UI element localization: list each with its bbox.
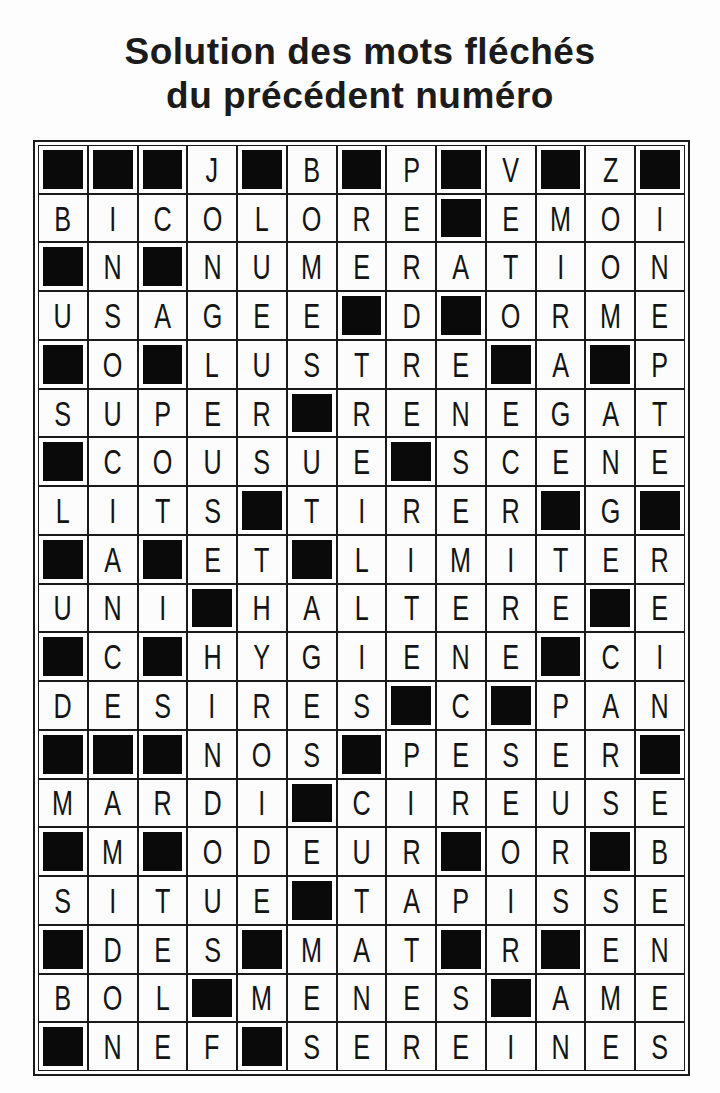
letter-cell: E xyxy=(337,242,387,291)
cell-letter: A xyxy=(104,542,121,577)
letter-cell: M xyxy=(436,535,486,584)
letter-cell: J xyxy=(187,145,237,194)
cell-letter: I xyxy=(109,883,116,918)
letter-cell: T xyxy=(635,389,685,438)
letter-cell: I xyxy=(138,584,188,633)
cell-letter: U xyxy=(253,249,271,284)
cell-letter: C xyxy=(502,444,520,479)
letter-cell: E xyxy=(337,437,387,486)
cell-letter: E xyxy=(403,201,420,236)
black-cell xyxy=(38,437,88,486)
letter-cell: G xyxy=(536,389,586,438)
cell-letter: P xyxy=(403,152,420,187)
letter-cell: O xyxy=(237,730,287,779)
cell-letter: R xyxy=(153,785,171,820)
letter-cell: Z xyxy=(585,145,635,194)
page-title: Solution des mots fléchés du précédent n… xyxy=(0,0,720,119)
letter-cell: E xyxy=(386,194,436,243)
cell-letter: V xyxy=(502,152,519,187)
letter-cell: E xyxy=(187,535,237,584)
cell-letter: U xyxy=(203,883,221,918)
cell-letter: S xyxy=(204,932,221,967)
cell-letter: R xyxy=(352,396,370,431)
black-cell xyxy=(38,1022,88,1071)
letter-cell: R xyxy=(138,779,188,828)
letter-cell: E xyxy=(536,730,586,779)
letter-cell: N xyxy=(635,242,685,291)
cell-letter: A xyxy=(552,347,569,382)
letter-cell: E xyxy=(187,389,237,438)
letter-cell: P xyxy=(138,389,188,438)
cell-letter: S xyxy=(154,688,171,723)
black-cell xyxy=(536,925,586,974)
letter-cell: E xyxy=(386,389,436,438)
letter-cell: N xyxy=(436,632,486,681)
black-cell xyxy=(138,535,188,584)
cell-letter: R xyxy=(601,737,619,772)
cell-letter: P xyxy=(154,396,171,431)
cell-letter: I xyxy=(657,639,664,674)
black-cell xyxy=(486,681,536,730)
black-cell xyxy=(436,925,486,974)
black-cell xyxy=(38,730,88,779)
letter-cell: R xyxy=(386,340,436,389)
cell-letter: N xyxy=(651,932,669,967)
letter-cell: R xyxy=(386,827,436,876)
letter-cell: I xyxy=(536,242,586,291)
letter-cell: U xyxy=(337,827,387,876)
cell-letter: E xyxy=(154,932,171,967)
letter-cell: I xyxy=(486,1022,536,1071)
letter-cell: S xyxy=(436,437,486,486)
letter-cell: N xyxy=(187,730,237,779)
cell-letter: S xyxy=(104,298,121,333)
cell-letter: I xyxy=(657,201,664,236)
letter-cell: D xyxy=(237,827,287,876)
letter-cell: E xyxy=(287,974,337,1023)
cell-letter: R xyxy=(253,396,271,431)
letter-cell: B xyxy=(635,827,685,876)
letter-cell: L xyxy=(187,340,237,389)
cell-letter: M xyxy=(251,980,272,1015)
letter-cell: E xyxy=(237,291,287,340)
cell-letter: E xyxy=(453,493,470,528)
cell-letter: C xyxy=(352,785,370,820)
letter-cell: T xyxy=(237,535,287,584)
cell-letter: S xyxy=(303,1029,320,1064)
letter-cell: U xyxy=(187,876,237,925)
cell-letter: L xyxy=(205,347,219,382)
cell-letter: S xyxy=(204,493,221,528)
cell-letter: C xyxy=(452,688,470,723)
cell-letter: A xyxy=(602,396,619,431)
cell-letter: N xyxy=(203,737,221,772)
letter-cell: M xyxy=(536,194,586,243)
crossword-grid: JBPVZBICOLOREEMOINNUMERATIONUSAGEEDORMEO… xyxy=(33,140,690,1076)
cell-letter: E xyxy=(552,444,569,479)
cell-letter: T xyxy=(652,396,667,431)
cell-letter: E xyxy=(552,737,569,772)
black-cell xyxy=(486,340,536,389)
cell-letter: U xyxy=(54,590,72,625)
cell-letter: U xyxy=(54,298,72,333)
letter-cell: S xyxy=(585,779,635,828)
cell-letter: T xyxy=(404,590,419,625)
black-cell xyxy=(287,876,337,925)
letter-cell: Y xyxy=(237,632,287,681)
cell-letter: G xyxy=(302,639,322,674)
cell-letter: M xyxy=(600,980,621,1015)
black-cell xyxy=(386,681,436,730)
letter-cell: M xyxy=(88,827,138,876)
cell-letter: D xyxy=(203,785,221,820)
cell-letter: C xyxy=(601,639,619,674)
cell-letter: E xyxy=(254,883,271,918)
black-cell xyxy=(88,730,138,779)
cell-letter: I xyxy=(408,542,415,577)
letter-cell: C xyxy=(486,437,536,486)
letter-cell: M xyxy=(287,925,337,974)
letter-cell: I xyxy=(337,486,387,535)
letter-cell: O xyxy=(486,291,536,340)
black-cell xyxy=(138,340,188,389)
letter-cell: A xyxy=(536,974,586,1023)
cell-letter: U xyxy=(551,785,569,820)
black-cell xyxy=(337,291,387,340)
cell-letter: T xyxy=(155,883,170,918)
letter-cell: N xyxy=(88,584,138,633)
black-cell xyxy=(138,145,188,194)
cell-letter: S xyxy=(453,444,470,479)
letter-cell: G xyxy=(585,486,635,535)
cell-letter: E xyxy=(403,980,420,1015)
black-cell xyxy=(138,730,188,779)
cell-letter: O xyxy=(153,444,173,479)
letter-cell: R xyxy=(337,389,387,438)
cell-letter: O xyxy=(103,347,123,382)
letter-cell: C xyxy=(436,681,486,730)
letter-cell: S xyxy=(187,925,237,974)
cell-letter: D xyxy=(402,298,420,333)
letter-cell: E xyxy=(138,1022,188,1071)
cell-letter: A xyxy=(303,590,320,625)
letter-cell: E xyxy=(635,584,685,633)
cell-letter: E xyxy=(602,1029,619,1064)
black-cell xyxy=(635,730,685,779)
letter-cell: R xyxy=(337,194,387,243)
black-cell xyxy=(38,632,88,681)
black-cell xyxy=(38,145,88,194)
cell-letter: R xyxy=(352,201,370,236)
letter-cell: E xyxy=(436,730,486,779)
cell-letter: A xyxy=(104,785,121,820)
cell-letter: T xyxy=(404,932,419,967)
cell-letter: E xyxy=(104,688,121,723)
letter-cell: A xyxy=(138,291,188,340)
cell-letter: T xyxy=(354,347,369,382)
letter-cell: E xyxy=(635,974,685,1023)
cell-letter: E xyxy=(652,785,669,820)
cell-letter: I xyxy=(258,785,265,820)
letter-cell: E xyxy=(436,486,486,535)
cell-letter: R xyxy=(402,249,420,284)
letter-cell: E xyxy=(386,632,436,681)
black-cell xyxy=(38,340,88,389)
cell-letter: O xyxy=(601,249,621,284)
cell-letter: S xyxy=(652,1029,669,1064)
black-cell xyxy=(237,145,287,194)
cell-letter: I xyxy=(507,1029,514,1064)
letter-cell: N xyxy=(536,1022,586,1071)
letter-cell: E xyxy=(536,437,586,486)
letter-cell: D xyxy=(88,925,138,974)
black-cell xyxy=(237,486,287,535)
cell-letter: E xyxy=(652,590,669,625)
cell-letter: M xyxy=(600,298,621,333)
letter-cell: L xyxy=(337,584,387,633)
cell-letter: E xyxy=(502,396,519,431)
letter-cell: O xyxy=(138,437,188,486)
cell-letter: E xyxy=(353,1029,370,1064)
letter-cell: N xyxy=(88,242,138,291)
cell-letter: N xyxy=(551,1029,569,1064)
cell-letter: H xyxy=(253,590,271,625)
cell-letter: E xyxy=(552,590,569,625)
letter-cell: R xyxy=(436,779,486,828)
letter-cell: H xyxy=(237,584,287,633)
letter-cell: D xyxy=(187,779,237,828)
letter-cell: C xyxy=(138,194,188,243)
cell-letter: E xyxy=(353,444,370,479)
cell-letter: O xyxy=(252,737,272,772)
cell-letter: P xyxy=(403,737,420,772)
cell-letter: O xyxy=(501,834,521,869)
letter-cell: E xyxy=(138,925,188,974)
cell-letter: S xyxy=(353,688,370,723)
letter-cell: E xyxy=(237,876,287,925)
letter-cell: E xyxy=(635,876,685,925)
cell-letter: T xyxy=(553,542,568,577)
cell-letter: H xyxy=(203,639,221,674)
cell-letter: S xyxy=(602,883,619,918)
black-cell xyxy=(585,584,635,633)
letter-cell: E xyxy=(287,291,337,340)
letter-cell: I xyxy=(187,681,237,730)
letter-cell: S xyxy=(287,340,337,389)
letter-cell: S xyxy=(88,291,138,340)
cell-letter: R xyxy=(402,493,420,528)
cell-letter: L xyxy=(354,542,368,577)
letter-cell: E xyxy=(585,535,635,584)
cell-letter: I xyxy=(358,639,365,674)
cell-letter: D xyxy=(104,932,122,967)
cell-letter: R xyxy=(502,932,520,967)
black-cell xyxy=(635,145,685,194)
letter-cell: T xyxy=(287,486,337,535)
letter-cell: U xyxy=(536,779,586,828)
letter-cell: T xyxy=(138,486,188,535)
black-cell xyxy=(187,584,237,633)
letter-cell: T xyxy=(386,925,436,974)
cell-letter: E xyxy=(303,298,320,333)
black-cell xyxy=(38,535,88,584)
cell-letter: O xyxy=(501,298,521,333)
letter-cell: P xyxy=(436,876,486,925)
cell-letter: S xyxy=(552,883,569,918)
cell-letter: U xyxy=(104,396,122,431)
cell-letter: A xyxy=(403,883,420,918)
letter-cell: N xyxy=(635,925,685,974)
letter-cell: B xyxy=(38,974,88,1023)
letter-cell: R xyxy=(486,925,536,974)
letter-cell: N xyxy=(337,974,387,1023)
letter-cell: E xyxy=(436,340,486,389)
cell-letter: R xyxy=(551,834,569,869)
cell-letter: E xyxy=(254,298,271,333)
cell-letter: E xyxy=(204,396,221,431)
letter-cell: L xyxy=(237,194,287,243)
cell-letter: O xyxy=(202,834,222,869)
black-cell xyxy=(38,827,88,876)
letter-cell: I xyxy=(237,779,287,828)
cell-letter: M xyxy=(301,249,322,284)
letter-cell: G xyxy=(187,291,237,340)
letter-cell: E xyxy=(287,681,337,730)
letter-cell: O xyxy=(187,194,237,243)
letter-cell: M xyxy=(38,779,88,828)
letter-cell: S xyxy=(486,730,536,779)
letter-cell: S xyxy=(138,681,188,730)
cell-letter: B xyxy=(303,152,320,187)
letter-cell: V xyxy=(486,145,536,194)
letter-cell: H xyxy=(187,632,237,681)
cell-letter: U xyxy=(253,347,271,382)
cell-letter: M xyxy=(102,834,123,869)
page-title-line-2: du précédent numéro xyxy=(0,74,720,118)
cell-letter: M xyxy=(451,542,472,577)
letter-cell: I xyxy=(88,194,138,243)
letter-cell: O xyxy=(187,827,237,876)
black-cell xyxy=(337,730,387,779)
letter-cell: E xyxy=(486,779,536,828)
letter-cell: A xyxy=(88,779,138,828)
letter-cell: T xyxy=(486,242,536,291)
cell-letter: O xyxy=(202,201,222,236)
black-cell xyxy=(337,145,387,194)
cell-letter: E xyxy=(353,249,370,284)
letter-cell: L xyxy=(337,535,387,584)
cell-letter: E xyxy=(453,737,470,772)
cell-letter: S xyxy=(303,737,320,772)
cell-letter: G xyxy=(601,493,621,528)
letter-cell: S xyxy=(585,876,635,925)
letter-cell: S xyxy=(337,681,387,730)
letter-cell: E xyxy=(585,1022,635,1071)
cell-letter: P xyxy=(652,347,669,382)
cell-letter: E xyxy=(403,396,420,431)
letter-cell: N xyxy=(187,242,237,291)
cell-letter: T xyxy=(155,493,170,528)
cell-letter: R xyxy=(402,1029,420,1064)
letter-cell: A xyxy=(536,340,586,389)
letter-cell: O xyxy=(486,827,536,876)
letter-cell: S xyxy=(38,389,88,438)
letter-cell: I xyxy=(635,632,685,681)
black-cell xyxy=(536,486,586,535)
cell-letter: S xyxy=(502,737,519,772)
letter-cell: F xyxy=(187,1022,237,1071)
black-cell xyxy=(436,145,486,194)
cell-letter: E xyxy=(602,542,619,577)
letter-cell: E xyxy=(436,584,486,633)
cell-letter: T xyxy=(503,249,518,284)
cell-letter: E xyxy=(652,298,669,333)
letter-cell: I xyxy=(337,632,387,681)
cell-letter: C xyxy=(104,639,122,674)
letter-cell: R xyxy=(635,535,685,584)
letter-cell: T xyxy=(138,876,188,925)
letter-cell: E xyxy=(486,194,536,243)
cell-letter: E xyxy=(403,639,420,674)
cell-letter: U xyxy=(352,834,370,869)
cell-letter: U xyxy=(203,444,221,479)
cell-letter: L xyxy=(255,201,269,236)
cell-letter: N xyxy=(104,1029,122,1064)
cell-letter: I xyxy=(557,249,564,284)
letter-cell: I xyxy=(486,535,536,584)
letter-cell: R xyxy=(536,291,586,340)
black-cell xyxy=(88,145,138,194)
letter-cell: T xyxy=(337,876,387,925)
cell-letter: I xyxy=(159,590,166,625)
cell-letter: E xyxy=(303,834,320,869)
black-cell xyxy=(436,194,486,243)
letter-cell: S xyxy=(436,974,486,1023)
cell-letter: E xyxy=(602,932,619,967)
letter-cell: G xyxy=(287,632,337,681)
cell-letter: E xyxy=(502,639,519,674)
letter-cell: U xyxy=(287,437,337,486)
cell-letter: I xyxy=(408,785,415,820)
cell-letter: D xyxy=(253,834,271,869)
letter-cell: T xyxy=(386,584,436,633)
letter-cell: B xyxy=(287,145,337,194)
letter-cell: E xyxy=(88,681,138,730)
letter-cell: S xyxy=(38,876,88,925)
cell-letter: O xyxy=(302,201,322,236)
cell-letter: E xyxy=(453,347,470,382)
cell-letter: N xyxy=(104,590,122,625)
letter-cell: I xyxy=(635,194,685,243)
letter-cell: L xyxy=(138,974,188,1023)
letter-cell: A xyxy=(287,584,337,633)
cell-letter: S xyxy=(303,347,320,382)
letter-cell: R xyxy=(386,1022,436,1071)
letter-cell: I xyxy=(386,535,436,584)
cell-letter: S xyxy=(453,980,470,1015)
letter-cell: S xyxy=(237,437,287,486)
cell-letter: G xyxy=(551,396,571,431)
letter-cell: R xyxy=(536,827,586,876)
letter-cell: O xyxy=(287,194,337,243)
cell-letter: Z xyxy=(603,152,618,187)
letter-cell: S xyxy=(287,1022,337,1071)
letter-cell: U xyxy=(38,584,88,633)
cell-letter: O xyxy=(103,980,123,1015)
cell-letter: Y xyxy=(254,639,271,674)
letter-cell: I xyxy=(486,876,536,925)
letter-cell: M xyxy=(237,974,287,1023)
